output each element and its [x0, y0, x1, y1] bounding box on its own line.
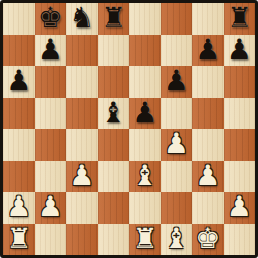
- chess-board-frame: ♚♞♜♜♟♟♟♟♟♝♟♟♟♝♟♟♟♟♜♜♝♚: [0, 0, 258, 258]
- white-bishop[interactable]: ♝: [164, 224, 189, 254]
- white-king[interactable]: ♚: [195, 224, 220, 254]
- square-a5[interactable]: [3, 98, 35, 130]
- square-c2[interactable]: [66, 192, 98, 224]
- white-rook[interactable]: ♜: [132, 224, 157, 254]
- square-e4[interactable]: [129, 129, 161, 161]
- square-f4[interactable]: ♟: [161, 129, 193, 161]
- square-f8[interactable]: [161, 3, 193, 35]
- square-a7[interactable]: [3, 35, 35, 67]
- square-h3[interactable]: [224, 161, 256, 193]
- square-c4[interactable]: [66, 129, 98, 161]
- black-pawn[interactable]: ♟: [38, 35, 63, 65]
- square-h2[interactable]: ♟: [224, 192, 256, 224]
- square-d4[interactable]: [98, 129, 130, 161]
- square-h5[interactable]: [224, 98, 256, 130]
- black-pawn[interactable]: ♟: [227, 35, 252, 65]
- black-rook[interactable]: ♜: [227, 3, 252, 33]
- square-f3[interactable]: [161, 161, 193, 193]
- square-a8[interactable]: [3, 3, 35, 35]
- square-b5[interactable]: [35, 98, 67, 130]
- square-a6[interactable]: ♟: [3, 66, 35, 98]
- square-h1[interactable]: [224, 224, 256, 256]
- square-f5[interactable]: [161, 98, 193, 130]
- white-pawn[interactable]: ♟: [69, 161, 94, 191]
- black-pawn[interactable]: ♟: [132, 98, 157, 128]
- square-e7[interactable]: [129, 35, 161, 67]
- square-d3[interactable]: [98, 161, 130, 193]
- square-h7[interactable]: ♟: [224, 35, 256, 67]
- white-pawn[interactable]: ♟: [38, 192, 63, 222]
- black-rook[interactable]: ♜: [101, 3, 126, 33]
- square-g5[interactable]: [192, 98, 224, 130]
- chess-board: ♚♞♜♜♟♟♟♟♟♝♟♟♟♝♟♟♟♟♜♜♝♚: [3, 3, 255, 255]
- square-h6[interactable]: [224, 66, 256, 98]
- square-c5[interactable]: [66, 98, 98, 130]
- square-e6[interactable]: [129, 66, 161, 98]
- square-c1[interactable]: [66, 224, 98, 256]
- square-h4[interactable]: [224, 129, 256, 161]
- square-d8[interactable]: ♜: [98, 3, 130, 35]
- square-b4[interactable]: [35, 129, 67, 161]
- square-b1[interactable]: [35, 224, 67, 256]
- square-g7[interactable]: ♟: [192, 35, 224, 67]
- white-pawn[interactable]: ♟: [164, 129, 189, 159]
- square-g6[interactable]: [192, 66, 224, 98]
- square-b2[interactable]: ♟: [35, 192, 67, 224]
- square-c3[interactable]: ♟: [66, 161, 98, 193]
- square-a1[interactable]: ♜: [3, 224, 35, 256]
- square-b8[interactable]: ♚: [35, 3, 67, 35]
- square-e8[interactable]: [129, 3, 161, 35]
- square-g1[interactable]: ♚: [192, 224, 224, 256]
- square-f1[interactable]: ♝: [161, 224, 193, 256]
- white-pawn[interactable]: ♟: [227, 192, 252, 222]
- black-knight[interactable]: ♞: [69, 3, 94, 33]
- square-b7[interactable]: ♟: [35, 35, 67, 67]
- square-b6[interactable]: [35, 66, 67, 98]
- square-f2[interactable]: [161, 192, 193, 224]
- white-bishop[interactable]: ♝: [132, 161, 157, 191]
- square-d1[interactable]: [98, 224, 130, 256]
- square-d6[interactable]: [98, 66, 130, 98]
- square-c8[interactable]: ♞: [66, 3, 98, 35]
- black-pawn[interactable]: ♟: [6, 66, 31, 96]
- square-h8[interactable]: ♜: [224, 3, 256, 35]
- square-c7[interactable]: [66, 35, 98, 67]
- square-a3[interactable]: [3, 161, 35, 193]
- square-f6[interactable]: ♟: [161, 66, 193, 98]
- square-c6[interactable]: [66, 66, 98, 98]
- square-a2[interactable]: ♟: [3, 192, 35, 224]
- square-e3[interactable]: ♝: [129, 161, 161, 193]
- square-d5[interactable]: ♝: [98, 98, 130, 130]
- white-pawn[interactable]: ♟: [195, 161, 220, 191]
- square-g3[interactable]: ♟: [192, 161, 224, 193]
- square-e2[interactable]: [129, 192, 161, 224]
- square-g8[interactable]: [192, 3, 224, 35]
- square-d2[interactable]: [98, 192, 130, 224]
- square-g2[interactable]: [192, 192, 224, 224]
- black-pawn[interactable]: ♟: [195, 35, 220, 65]
- black-king[interactable]: ♚: [38, 3, 63, 33]
- white-pawn[interactable]: ♟: [6, 192, 31, 222]
- square-e1[interactable]: ♜: [129, 224, 161, 256]
- black-pawn[interactable]: ♟: [164, 66, 189, 96]
- black-bishop[interactable]: ♝: [101, 98, 126, 128]
- square-a4[interactable]: [3, 129, 35, 161]
- square-b3[interactable]: [35, 161, 67, 193]
- square-f7[interactable]: [161, 35, 193, 67]
- white-rook[interactable]: ♜: [6, 224, 31, 254]
- square-e5[interactable]: ♟: [129, 98, 161, 130]
- square-d7[interactable]: [98, 35, 130, 67]
- square-g4[interactable]: [192, 129, 224, 161]
